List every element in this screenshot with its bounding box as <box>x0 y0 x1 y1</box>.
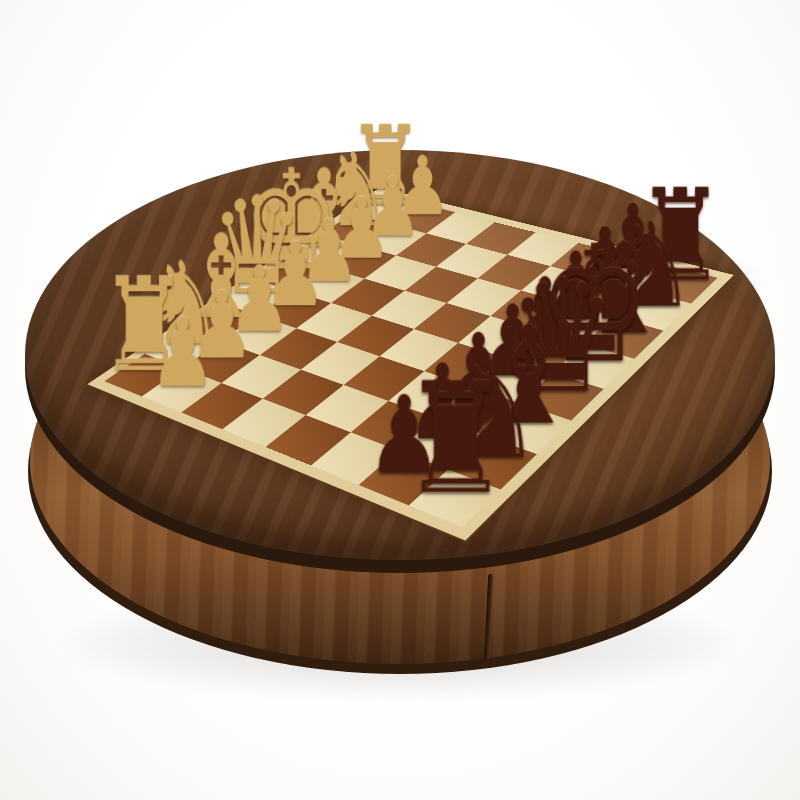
piece-glyph: ♜ <box>401 363 508 516</box>
chess-board: ♜♞♝♛♚♝♞♜♟♟♟♟♟♟♟♟♟♟♟♟♟♟♟♟♜♞♝♛♚♝♞♜ <box>87 188 733 541</box>
piece-glyph: ♟ <box>149 306 215 401</box>
board-grid: ♜♞♝♛♚♝♞♜♟♟♟♟♟♟♟♟♟♟♟♟♟♟♟♟♜♞♝♛♚♝♞♜ <box>104 194 717 527</box>
black-rook-a8: ♜ <box>386 363 523 516</box>
square-a8: ♜ <box>409 469 501 527</box>
white-pawn-a2: ♟ <box>139 306 224 401</box>
product-photo: ♜♞♝♛♚♝♞♜♟♟♟♟♟♟♟♟♟♟♟♟♟♟♟♟♜♞♝♛♚♝♞♜ <box>0 0 800 800</box>
board-scene: ♜♞♝♛♚♝♞♜♟♟♟♟♟♟♟♟♟♟♟♟♟♟♟♟♜♞♝♛♚♝♞♜ <box>0 0 800 781</box>
